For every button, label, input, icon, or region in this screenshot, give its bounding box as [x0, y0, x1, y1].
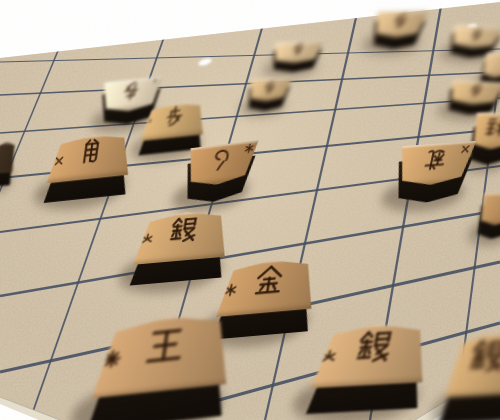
piece-pawn[interactable]: 歩 — [447, 81, 500, 115]
movement-mark-star5 — [138, 232, 157, 247]
piece-bishop[interactable]: 角 — [47, 136, 131, 198]
kanji-silver — [152, 213, 215, 247]
kanji-gold — [236, 261, 302, 298]
piece-face: 銀 — [444, 332, 500, 398]
piece-king[interactable]: 王 — [93, 318, 231, 420]
movement-mark-x4 — [50, 154, 67, 168]
movement-mark-tick1 — [143, 118, 156, 128]
kanji-pawn — [382, 13, 418, 29]
piece-face: 飛 — [393, 141, 478, 188]
piece-tokin[interactable]: と — [184, 145, 254, 201]
piece-pawn[interactable] — [478, 193, 500, 239]
piece-face: と — [182, 140, 259, 189]
piece-face: 王 — [90, 310, 238, 399]
pieces-layer: 歩歩歩歩歩歩歩角と飛桂銀金王銀銀 — [0, 0, 500, 420]
piece-pawn[interactable]: 歩 — [247, 79, 289, 111]
kanji-rook — [410, 145, 462, 173]
piece-knight[interactable]: 桂 — [470, 113, 500, 165]
shogi-product-photo: 歩歩歩歩歩歩歩角と飛桂銀金王銀銀 — [0, 0, 500, 420]
movement-mark-star6 — [242, 142, 257, 154]
kanji-silver — [335, 327, 413, 367]
piece-silver[interactable]: 銀 — [313, 325, 427, 411]
kanji-pawn — [255, 80, 284, 94]
kanji-pawn — [153, 104, 195, 129]
piece-silver[interactable]: 銀 — [447, 334, 500, 420]
movement-mark-x4 — [458, 143, 474, 155]
piece-silver[interactable]: 銀 — [134, 213, 228, 281]
kanji-pawn — [458, 82, 496, 98]
piece-pawn[interactable]: 歩 — [372, 11, 424, 49]
piece-unknown[interactable] — [0, 142, 14, 186]
kanji-king — [120, 318, 211, 372]
piece-face: 銀 — [310, 322, 436, 389]
kanji-pawn — [281, 43, 315, 57]
kanji-pawn — [112, 80, 152, 103]
piece-pawn[interactable]: 歩 — [271, 42, 321, 72]
movement-mark-star6 — [221, 282, 241, 298]
piece-rook[interactable]: 飛 — [395, 144, 471, 202]
kanji-tokin — [198, 144, 246, 174]
piece-face — [0, 141, 18, 174]
kanji-bishop — [63, 136, 119, 168]
piece-face: 歩 — [370, 11, 429, 38]
kanji-pawn — [459, 27, 494, 42]
movement-mark-star8 — [98, 348, 126, 371]
piece-face: 金 — [215, 256, 321, 317]
piece-face: 歩 — [140, 100, 208, 141]
movement-mark-star5 — [317, 348, 341, 366]
piece-face: 歩 — [246, 78, 293, 102]
piece-face: 銀 — [132, 208, 233, 265]
kanji-silver — [462, 337, 500, 377]
movement-mark-tick1 — [149, 78, 161, 88]
